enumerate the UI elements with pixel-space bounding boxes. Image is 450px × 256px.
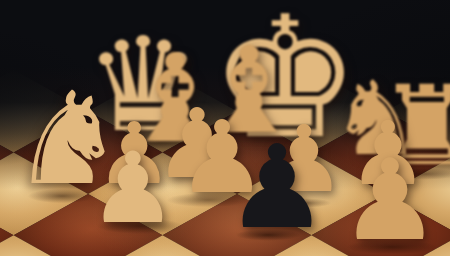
black-pawn-piece[interactable]: ♟ (225, 130, 328, 245)
white-pawn-6-piece[interactable]: ♟ (89, 139, 177, 237)
chess-photo-scene: ♚♛♝♝♜♞♟♟♞♟♟♟♟♟♟ (0, 0, 450, 256)
pieces-layer: ♚♛♝♝♜♞♟♟♞♟♟♟♟♟♟ (0, 0, 450, 256)
white-pawn-7-piece[interactable]: ♟ (340, 144, 440, 256)
